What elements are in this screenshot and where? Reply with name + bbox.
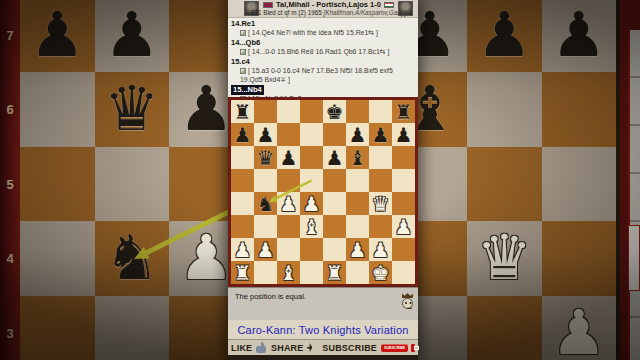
subscribe-button[interactable]: SUBSCRIBE	[381, 344, 408, 352]
variation-icon	[240, 49, 246, 55]
square-c3[interactable]	[277, 215, 300, 238]
white-pawn-f2: ♟	[349, 240, 367, 260]
board-grid: ♜♚♜♟♟♟♟♟♛♟♟♝♞♟♟♛♝♟♟♟♟♟♜♝♜♚	[231, 100, 415, 284]
square-b4[interactable]: ♞	[254, 192, 277, 215]
square-d4[interactable]: ♟	[300, 192, 323, 215]
white-queen-g4: ♛	[476, 227, 532, 289]
square-g7[interactable]: ♟	[467, 0, 542, 72]
square-d7[interactable]	[300, 123, 323, 146]
square-a7[interactable]: ♟	[231, 123, 254, 146]
square-b2[interactable]: ♟	[254, 238, 277, 261]
white-bishop-c1: ♝	[280, 263, 298, 283]
black-rook-a8: ♜	[234, 102, 252, 122]
square-c4[interactable]: ♟	[277, 192, 300, 215]
square-a4[interactable]	[231, 192, 254, 215]
square-f7[interactable]: ♟	[346, 123, 369, 146]
square-h3[interactable]: ♟	[392, 215, 415, 238]
move-line-3[interactable]: 14...Qb6	[231, 38, 415, 47]
square-a1[interactable]: ♜	[231, 261, 254, 284]
players-line: Tal,Mihail - Portisch,Lajos 1-0	[263, 1, 394, 9]
black-pawn-c6: ♟	[178, 78, 234, 140]
square-e3[interactable]	[323, 215, 346, 238]
black-pawn-f7: ♟	[349, 125, 367, 145]
notation-pane: 14.Re1[ 14.Qe4 Ne7! with the idea Nf5 15…	[228, 18, 418, 97]
square-c2[interactable]	[277, 238, 300, 261]
square-b1[interactable]	[254, 261, 277, 284]
square-d6[interactable]	[300, 146, 323, 169]
square-h5[interactable]	[392, 169, 415, 192]
square-a6[interactable]	[20, 72, 95, 147]
evaluation-comment: The position is equal.	[228, 287, 418, 320]
square-b6[interactable]: ♛	[95, 72, 170, 147]
equal-position-king-icon	[400, 293, 415, 315]
square-g4[interactable]: ♛	[369, 192, 392, 215]
scrollbar[interactable]	[628, 30, 640, 360]
move-text[interactable]: [ 15.a3 0-0 16.c4 Ne7 17.Be3 Nf5! 18.Bxf…	[240, 67, 393, 83]
square-h8[interactable]: ♜	[392, 100, 415, 123]
square-b5[interactable]	[254, 169, 277, 192]
comment-text: The position is equal.	[235, 292, 306, 301]
white-queen-g4: ♛	[372, 194, 390, 214]
background-rank-border: 87654321	[0, 0, 20, 360]
square-b4[interactable]: ♞	[95, 221, 170, 296]
subscribe-button-text: SUBSCRIBE	[384, 346, 405, 350]
share-arrow-icon[interactable]	[307, 343, 313, 352]
opening-title: Caro-Kann: Two Knights Variation	[228, 320, 418, 339]
square-g5[interactable]	[369, 169, 392, 192]
latvia-flag-icon	[263, 2, 273, 8]
players-result: Tal,Mihail - Portisch,Lajos 1-0	[276, 1, 381, 9]
white-pawn-a2: ♟	[234, 240, 252, 260]
black-queen-b6: ♛	[104, 78, 160, 140]
variation-icon	[240, 68, 246, 74]
square-e2[interactable]	[323, 238, 346, 261]
move-text[interactable]: 14...Qb6	[231, 38, 260, 47]
black-pawn-h7: ♟	[551, 4, 607, 66]
game-header: Tal,Mihail - Portisch,Lajos 1-0 B11 Bled…	[228, 0, 418, 18]
white-pawn-h3: ♟	[551, 302, 607, 360]
move-line-4[interactable]: [ 14...0-0 15.Bh6 Re8 16.Rad1 Qb6 17.Bc1…	[231, 47, 415, 56]
square-g3[interactable]	[369, 215, 392, 238]
black-queen-b6: ♛	[257, 148, 275, 168]
black-pawn-a7: ♟	[29, 4, 85, 66]
square-g7[interactable]: ♟	[369, 123, 392, 146]
analysis-panel: Tal,Mihail - Portisch,Lajos 1-0 B11 Bled…	[228, 0, 418, 360]
square-g3[interactable]	[467, 296, 542, 360]
square-e6[interactable]: ♟	[323, 146, 346, 169]
white-pawn-c4: ♟	[280, 194, 298, 214]
move-line-6[interactable]: [ 15.a3 0-0 16.c4 Ne7 17.Be3 Nf5! 18.Bxf…	[231, 66, 415, 85]
square-a3[interactable]	[231, 215, 254, 238]
variation-icon	[240, 30, 246, 36]
square-a3[interactable]	[20, 296, 95, 360]
move-text[interactable]: [ 14...0-0 15.Bh6 Re8 16.Rad1 Qb6 17.Bc1…	[248, 48, 389, 55]
black-knight-b4: ♞	[104, 227, 160, 289]
bottom-strip	[228, 355, 418, 360]
square-b3[interactable]	[95, 296, 170, 360]
square-a2[interactable]: ♟	[231, 238, 254, 261]
black-king-e8: ♚	[326, 102, 344, 122]
square-f4[interactable]	[346, 192, 369, 215]
square-f8[interactable]	[346, 100, 369, 123]
rank-label-7: 7	[0, 28, 20, 43]
black-pawn-a7: ♟	[234, 125, 252, 145]
move-line-2[interactable]: [ 14.Qe4 Ne7! with the idea Nf5 15.Re1⇆ …	[231, 28, 415, 37]
square-f2[interactable]: ♟	[346, 238, 369, 261]
move-text[interactable]: [ 14.Qe4 Ne7! with the idea Nf5 15.Re1⇆ …	[248, 29, 378, 36]
square-d5[interactable]	[300, 169, 323, 192]
rank-label-3: 3	[0, 326, 20, 341]
white-king-g1: ♚	[372, 263, 390, 283]
move-line-1[interactable]: 14.Re1	[231, 19, 415, 28]
chess-board: ♜♚♜♟♟♟♟♟♛♟♟♝♞♟♟♛♝♟♟♟♟♟♜♝♜♚	[228, 97, 418, 287]
square-f3[interactable]	[346, 215, 369, 238]
square-h4[interactable]	[542, 221, 617, 296]
subscribe-label[interactable]: SUBSCRIBE	[322, 342, 377, 353]
square-e8[interactable]: ♚	[323, 100, 346, 123]
square-h1[interactable]	[392, 261, 415, 284]
white-pawn-g2: ♟	[372, 240, 390, 260]
square-f1[interactable]	[346, 261, 369, 284]
white-pawn-c4: ♟	[178, 227, 234, 289]
black-rook-h8: ♜	[395, 102, 413, 122]
square-h5[interactable]	[542, 147, 617, 222]
square-g6[interactable]	[467, 72, 542, 147]
black-pawn-h7: ♟	[395, 125, 413, 145]
rank-label-6: 6	[0, 102, 20, 117]
square-c5[interactable]	[277, 169, 300, 192]
square-e1[interactable]: ♜	[323, 261, 346, 284]
square-b6[interactable]: ♛	[254, 146, 277, 169]
video-frame: ♜♚♜♟♟♟♟♟♛♟♟♝♞♟♟♛♝♟♟♟♟♟♜♝♜♚ 87654321 Tal,…	[0, 0, 640, 360]
annotators: [Khalifman,A/Kasparov,Garry]	[323, 9, 406, 16]
square-c8[interactable]	[277, 100, 300, 123]
event-meta: B11 Bled ct qf m (2) 1965	[251, 9, 322, 16]
white-pawn-h3: ♟	[395, 217, 413, 237]
square-h6[interactable]	[392, 146, 415, 169]
square-g6[interactable]	[369, 146, 392, 169]
rank-label-5: 5	[0, 177, 20, 192]
square-b3[interactable]	[254, 215, 277, 238]
square-e7[interactable]	[323, 123, 346, 146]
square-a8[interactable]: ♜	[231, 100, 254, 123]
square-h2[interactable]	[392, 238, 415, 261]
square-d3[interactable]: ♝	[300, 215, 323, 238]
black-knight-b4: ♞	[257, 194, 275, 214]
move-text[interactable]: 14.Re1	[231, 19, 255, 28]
opening-title-text: Caro-Kann: Two Knights Variation	[237, 324, 408, 336]
black-pawn-g7: ♟	[476, 4, 532, 66]
square-h7[interactable]: ♟	[542, 0, 617, 72]
square-g1[interactable]: ♚	[369, 261, 392, 284]
square-d1[interactable]	[300, 261, 323, 284]
white-bishop-d3: ♝	[303, 217, 321, 237]
move-line-5[interactable]: 15.c4	[231, 57, 415, 66]
event-line: B11 Bled ct qf m (2) 1965 [Khalifman,A/K…	[251, 9, 407, 17]
square-c1[interactable]: ♝	[277, 261, 300, 284]
black-pawn-c6: ♟	[280, 148, 298, 168]
background-right-border	[620, 0, 640, 360]
square-b7[interactable]: ♟	[254, 123, 277, 146]
square-d8[interactable]	[300, 100, 323, 123]
square-c6[interactable]: ♟	[277, 146, 300, 169]
square-h7[interactable]: ♟	[392, 123, 415, 146]
square-a4[interactable]	[20, 221, 95, 296]
square-g4[interactable]: ♛	[467, 221, 542, 296]
white-pawn-d4: ♟	[303, 194, 321, 214]
square-b7[interactable]: ♟	[95, 0, 170, 72]
square-e4[interactable]	[323, 192, 346, 215]
square-b5[interactable]	[95, 147, 170, 222]
hungary-flag-icon	[384, 2, 394, 8]
social-bar: LIKE SHARE SUBSCRIBE SUBSCRIBE	[228, 339, 418, 355]
square-h6[interactable]	[542, 72, 617, 147]
square-d2[interactable]	[300, 238, 323, 261]
square-a5[interactable]	[20, 147, 95, 222]
white-rook-e1: ♜	[326, 263, 344, 283]
white-rook-a1: ♜	[234, 263, 252, 283]
black-bishop-f6: ♝	[349, 148, 367, 168]
square-g8[interactable]	[369, 100, 392, 123]
youtube-icon[interactable]	[411, 344, 415, 352]
like-label[interactable]: LIKE	[231, 342, 252, 353]
square-f5[interactable]	[346, 169, 369, 192]
black-pawn-e6: ♟	[326, 148, 344, 168]
square-h4[interactable]	[392, 192, 415, 215]
square-e5[interactable]	[323, 169, 346, 192]
square-c7[interactable]	[277, 123, 300, 146]
rank-label-4: 4	[0, 251, 20, 266]
square-g5[interactable]	[467, 147, 542, 222]
share-label[interactable]: SHARE	[271, 342, 304, 353]
black-pawn-b7: ♟	[257, 125, 275, 145]
square-a7[interactable]: ♟	[20, 0, 95, 72]
scrollbar-thumb[interactable]	[628, 225, 640, 291]
thumbs-up-icon[interactable]	[255, 342, 261, 353]
move-line-7[interactable]: 15...Nb4	[231, 85, 415, 94]
move-text[interactable]: 15.c4	[231, 57, 250, 66]
square-a5[interactable]	[231, 169, 254, 192]
black-pawn-g7: ♟	[372, 125, 390, 145]
black-pawn-b7: ♟	[104, 4, 160, 66]
square-a6[interactable]	[231, 146, 254, 169]
square-f6[interactable]: ♝	[346, 146, 369, 169]
square-h3[interactable]: ♟	[542, 296, 617, 360]
square-g2[interactable]: ♟	[369, 238, 392, 261]
square-b8[interactable]	[254, 100, 277, 123]
white-pawn-b2: ♟	[257, 240, 275, 260]
